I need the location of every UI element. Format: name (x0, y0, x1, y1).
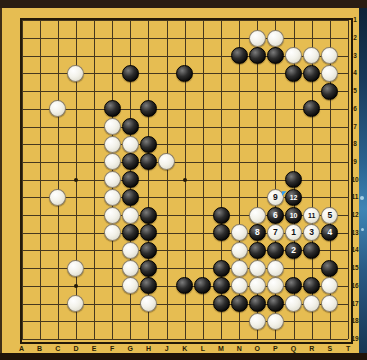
stone-P12: 6 (267, 207, 284, 224)
stone-G14 (122, 242, 139, 259)
stone-G15 (122, 260, 139, 277)
stone-G11 (122, 189, 139, 206)
col-label-T: T (342, 344, 354, 353)
stone-O17 (249, 295, 266, 312)
stone-P3 (267, 47, 284, 64)
stone-O13: 8 (249, 224, 266, 241)
move-number-12: 12 (290, 194, 298, 201)
move-number-10: 10 (290, 212, 298, 219)
row-label-7: 7 (349, 123, 361, 131)
stone-F7 (104, 118, 121, 135)
stone-N16 (231, 277, 248, 294)
stone-Q11: 12 (285, 189, 302, 206)
row-label-12: 12 (349, 211, 361, 219)
move-number-9: 9 (273, 193, 278, 202)
stone-O15 (249, 260, 266, 277)
stone-D15 (67, 260, 84, 277)
stone-P15 (267, 260, 284, 277)
stone-O3 (249, 47, 266, 64)
stone-S5 (321, 83, 338, 100)
move-number-3: 3 (309, 228, 314, 237)
stone-O12 (249, 207, 266, 224)
stone-H12 (140, 207, 157, 224)
row-label-19: 19 (349, 335, 361, 343)
move-number-11: 11 (308, 212, 315, 219)
row-label-5: 5 (349, 87, 361, 95)
stone-H15 (140, 260, 157, 277)
row-label-11: 11 (349, 193, 361, 201)
col-label-B: B (34, 344, 46, 353)
stone-M12 (213, 207, 230, 224)
row-label-13: 13 (349, 229, 361, 237)
row-label-14: 14 (349, 246, 361, 254)
row-label-4: 4 (349, 69, 361, 77)
stone-N14 (231, 242, 248, 259)
stone-R4 (303, 65, 320, 82)
stone-P11: 9 (267, 189, 284, 206)
col-label-N: N (233, 344, 245, 353)
stone-G7 (122, 118, 139, 135)
row-label-3: 3 (349, 52, 361, 60)
stone-Q17 (285, 295, 302, 312)
stone-O18 (249, 313, 266, 330)
stone-H17 (140, 295, 157, 312)
stone-M16 (213, 277, 230, 294)
stone-F9 (104, 153, 121, 170)
stone-G8 (122, 136, 139, 153)
stone-H8 (140, 136, 157, 153)
stone-G16 (122, 277, 139, 294)
stone-N15 (231, 260, 248, 277)
move-number-7: 7 (273, 228, 278, 237)
col-label-G: G (124, 344, 136, 353)
col-label-O: O (251, 344, 263, 353)
strip-highlight (361, 228, 364, 231)
stone-F8 (104, 136, 121, 153)
stone-G4 (122, 65, 139, 82)
row-label-2: 2 (349, 34, 361, 42)
stone-N17 (231, 295, 248, 312)
stone-F12 (104, 207, 121, 224)
stone-M17 (213, 295, 230, 312)
bottom-bar (0, 353, 367, 360)
stone-M13 (213, 224, 230, 241)
move-number-1: 1 (291, 228, 296, 237)
move-number-6: 6 (273, 211, 278, 220)
stone-F6 (104, 100, 121, 117)
col-label-E: E (88, 344, 100, 353)
left-edge-border (0, 0, 2, 360)
col-label-F: F (106, 344, 118, 353)
stone-O14 (249, 242, 266, 259)
col-label-L: L (197, 344, 209, 353)
col-label-M: M (215, 344, 227, 353)
stone-S15 (321, 260, 338, 277)
col-label-D: D (70, 344, 82, 353)
stone-H14 (140, 242, 157, 259)
stone-F10 (104, 171, 121, 188)
stone-P13: 7 (267, 224, 284, 241)
move-number-5: 5 (328, 211, 333, 220)
stone-Q4 (285, 65, 302, 82)
stone-P17 (267, 295, 284, 312)
row-label-10: 10 (349, 176, 361, 184)
row-label-16: 16 (349, 282, 361, 290)
top-bar (0, 0, 367, 8)
col-label-H: H (142, 344, 154, 353)
stone-O16 (249, 277, 266, 294)
row-label-15: 15 (349, 264, 361, 272)
stone-N3 (231, 47, 248, 64)
stone-S12: 5 (321, 207, 338, 224)
stone-G12 (122, 207, 139, 224)
col-label-A: A (16, 344, 28, 353)
col-label-C: C (52, 344, 64, 353)
col-label-K: K (179, 344, 191, 353)
stone-P2 (267, 30, 284, 47)
row-label-8: 8 (349, 140, 361, 148)
row-label-1: 1 (349, 16, 361, 24)
move-number-8: 8 (255, 228, 260, 237)
row-label-18: 18 (349, 317, 361, 325)
stone-G13 (122, 224, 139, 241)
move-number-4: 4 (328, 228, 333, 237)
col-label-J: J (161, 344, 173, 353)
row-label-6: 6 (349, 105, 361, 113)
row-label-9: 9 (349, 158, 361, 166)
stone-P18 (267, 313, 284, 330)
row-label-17: 17 (349, 300, 361, 308)
stone-C11 (49, 189, 66, 206)
go-app-window: ABCDEFGHJKLMNOPQRST123456789101112131415… (0, 0, 367, 360)
col-label-P: P (269, 344, 281, 353)
stone-O2 (249, 30, 266, 47)
col-label-S: S (324, 344, 336, 353)
col-label-R: R (306, 344, 318, 353)
stone-F11 (104, 189, 121, 206)
stone-M15 (213, 260, 230, 277)
stone-P14 (267, 242, 284, 259)
move-number-2: 2 (291, 246, 296, 255)
stone-Q14: 2 (285, 242, 302, 259)
stone-F13 (104, 224, 121, 241)
stone-Q12: 10 (285, 207, 302, 224)
stone-N13 (231, 224, 248, 241)
stone-R14 (303, 242, 320, 259)
col-label-Q: Q (288, 344, 300, 353)
stone-G10 (122, 171, 139, 188)
stone-R12: 11 (303, 207, 320, 224)
